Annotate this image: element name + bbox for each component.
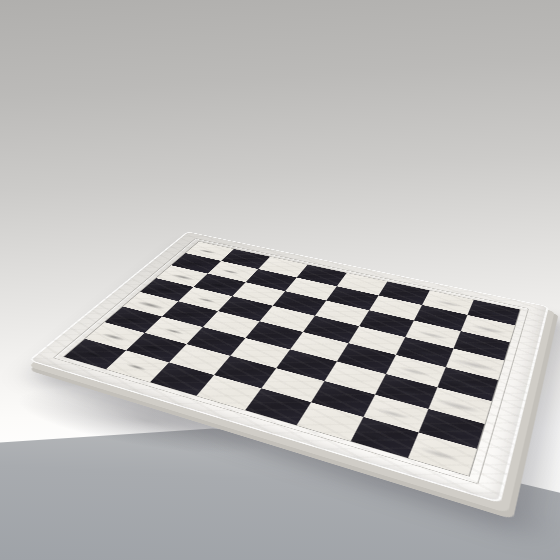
piece-black-pawn-h7: ♟ bbox=[63, 315, 213, 370]
piece-white-rook-h1: ♜ bbox=[353, 361, 528, 457]
studio-scene: ♜♟♞♟♝♟♛♟♟♚♜♟♟♝♞♟♟♞♝♟♟♜♛♟♟♚♟♝♟♞♟♜ bbox=[0, 0, 560, 560]
